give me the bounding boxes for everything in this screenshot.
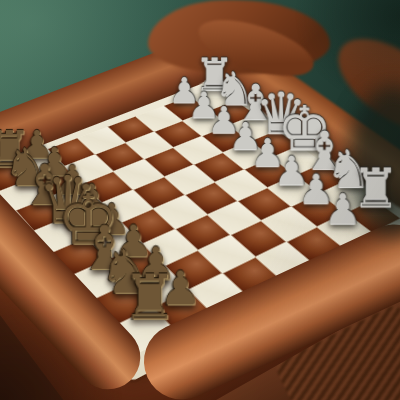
chess-set-photo: ♜♞♝♛♚♝♞♜♟♟♟♟♟♟♟♟♟♟♟♟♟♟♟♟♜♞♝♛♚♝♞♜ (0, 0, 400, 400)
